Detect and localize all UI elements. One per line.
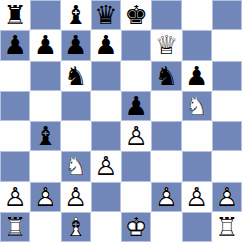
square-f5[interactable] <box>151 91 181 121</box>
black-pawn-icon: ♟ <box>182 61 212 91</box>
square-c1[interactable]: ♝♗ <box>61 212 91 242</box>
square-f7[interactable]: ♛♕ <box>151 30 181 60</box>
black-knight-icon: ♞ <box>151 61 181 91</box>
square-a2[interactable]: ♟♙ <box>0 182 30 212</box>
square-b7[interactable]: ♟ <box>30 30 60 60</box>
square-b8[interactable] <box>30 0 60 30</box>
square-b3[interactable] <box>30 151 60 181</box>
square-a3[interactable] <box>0 151 30 181</box>
square-c5[interactable] <box>61 91 91 121</box>
square-h7[interactable] <box>212 30 242 60</box>
white-pawn-outline-icon: ♙ <box>151 182 181 212</box>
black-knight-icon: ♞ <box>61 61 91 91</box>
square-g4[interactable] <box>182 121 212 151</box>
square-f1[interactable] <box>151 212 181 242</box>
chess-board: ♜♝♛♚♟♟♟♟♛♕♞♞♟♟♞♘♝♟♙♞♘♟♙♟♙♟♙♟♙♟♙♟♙♟♙♜♖♝♗♚… <box>0 0 242 242</box>
piece-black-rook: ♜ <box>0 0 30 30</box>
square-b2[interactable]: ♟♙ <box>30 182 60 212</box>
white-pawn-icon: ♟ <box>0 182 30 212</box>
black-bishop-icon: ♝ <box>61 0 91 30</box>
white-pawn-outline-icon: ♙ <box>212 182 242 212</box>
piece-white-pawn: ♟♙ <box>30 182 60 212</box>
white-knight-outline-icon: ♘ <box>182 91 212 121</box>
white-pawn-icon: ♟ <box>151 182 181 212</box>
square-b6[interactable] <box>30 61 60 91</box>
piece-white-pawn: ♟♙ <box>91 151 121 181</box>
square-c6[interactable]: ♞ <box>61 61 91 91</box>
piece-black-knight: ♞ <box>61 61 91 91</box>
piece-white-pawn: ♟♙ <box>61 182 91 212</box>
square-d7[interactable]: ♟ <box>91 30 121 60</box>
square-h5[interactable] <box>212 91 242 121</box>
piece-black-king: ♚ <box>121 0 151 30</box>
white-rook-outline-icon: ♖ <box>0 212 30 242</box>
square-e4[interactable]: ♟♙ <box>121 121 151 151</box>
square-c4[interactable] <box>61 121 91 151</box>
square-e3[interactable] <box>121 151 151 181</box>
black-king-icon: ♚ <box>121 0 151 30</box>
white-pawn-outline-icon: ♙ <box>61 182 91 212</box>
square-g1[interactable] <box>182 212 212 242</box>
square-f8[interactable] <box>151 0 181 30</box>
square-g6[interactable]: ♟ <box>182 61 212 91</box>
square-b5[interactable] <box>30 91 60 121</box>
piece-black-pawn: ♟ <box>30 30 60 60</box>
piece-black-pawn: ♟ <box>121 91 151 121</box>
square-g2[interactable]: ♟♙ <box>182 182 212 212</box>
white-rook-outline-icon: ♖ <box>212 212 242 242</box>
square-h6[interactable] <box>212 61 242 91</box>
white-pawn-icon: ♟ <box>91 151 121 181</box>
square-d6[interactable] <box>91 61 121 91</box>
square-d8[interactable]: ♛ <box>91 0 121 30</box>
square-f4[interactable] <box>151 121 181 151</box>
square-d5[interactable] <box>91 91 121 121</box>
piece-white-rook: ♜♖ <box>0 212 30 242</box>
piece-black-queen: ♛ <box>91 0 121 30</box>
square-c2[interactable]: ♟♙ <box>61 182 91 212</box>
square-f2[interactable]: ♟♙ <box>151 182 181 212</box>
square-e1[interactable]: ♚♔ <box>121 212 151 242</box>
white-rook-icon: ♜ <box>212 212 242 242</box>
piece-white-queen: ♛♕ <box>151 30 181 60</box>
black-pawn-icon: ♟ <box>0 30 30 60</box>
white-pawn-icon: ♟ <box>182 182 212 212</box>
black-rook-icon: ♜ <box>0 0 30 30</box>
piece-white-bishop: ♝♗ <box>61 212 91 242</box>
black-pawn-icon: ♟ <box>30 30 60 60</box>
piece-black-pawn: ♟ <box>182 61 212 91</box>
black-pawn-icon: ♟ <box>91 30 121 60</box>
square-g5[interactable]: ♞♘ <box>182 91 212 121</box>
piece-white-pawn: ♟♙ <box>151 182 181 212</box>
white-pawn-outline-icon: ♙ <box>91 151 121 181</box>
white-rook-icon: ♜ <box>0 212 30 242</box>
white-knight-icon: ♞ <box>61 151 91 181</box>
white-pawn-outline-icon: ♙ <box>30 182 60 212</box>
white-pawn-outline-icon: ♙ <box>0 182 30 212</box>
white-bishop-outline-icon: ♗ <box>61 212 91 242</box>
square-d3[interactable]: ♟♙ <box>91 151 121 181</box>
white-pawn-icon: ♟ <box>212 182 242 212</box>
square-e8[interactable]: ♚ <box>121 0 151 30</box>
white-pawn-outline-icon: ♙ <box>182 182 212 212</box>
piece-black-bishop: ♝ <box>61 0 91 30</box>
black-bishop-icon: ♝ <box>30 121 60 151</box>
square-h3[interactable] <box>212 151 242 181</box>
square-e2[interactable] <box>121 182 151 212</box>
square-a5[interactable] <box>0 91 30 121</box>
square-b4[interactable]: ♝ <box>30 121 60 151</box>
square-a8[interactable]: ♜ <box>0 0 30 30</box>
piece-black-pawn: ♟ <box>61 30 91 60</box>
piece-white-pawn: ♟♙ <box>182 182 212 212</box>
white-bishop-icon: ♝ <box>61 212 91 242</box>
square-f6[interactable]: ♞ <box>151 61 181 91</box>
white-knight-icon: ♞ <box>182 91 212 121</box>
piece-black-pawn: ♟ <box>0 30 30 60</box>
square-c8[interactable]: ♝ <box>61 0 91 30</box>
white-pawn-outline-icon: ♙ <box>121 121 151 151</box>
piece-black-knight: ♞ <box>151 61 181 91</box>
square-g7[interactable] <box>182 30 212 60</box>
piece-white-rook: ♜♖ <box>212 212 242 242</box>
square-d4[interactable] <box>91 121 121 151</box>
white-king-outline-icon: ♔ <box>121 212 151 242</box>
square-d2[interactable] <box>91 182 121 212</box>
white-queen-icon: ♛ <box>151 30 181 60</box>
white-pawn-icon: ♟ <box>61 182 91 212</box>
black-pawn-icon: ♟ <box>121 91 151 121</box>
square-h2[interactable]: ♟♙ <box>212 182 242 212</box>
square-e5[interactable]: ♟ <box>121 91 151 121</box>
square-a4[interactable] <box>0 121 30 151</box>
square-a1[interactable]: ♜♖ <box>0 212 30 242</box>
piece-white-knight: ♞♘ <box>61 151 91 181</box>
piece-black-pawn: ♟ <box>91 30 121 60</box>
piece-white-knight: ♞♘ <box>182 91 212 121</box>
square-c7[interactable]: ♟ <box>61 30 91 60</box>
square-e7[interactable] <box>121 30 151 60</box>
white-king-icon: ♚ <box>121 212 151 242</box>
square-a7[interactable]: ♟ <box>0 30 30 60</box>
piece-white-king: ♚♔ <box>121 212 151 242</box>
square-b1[interactable] <box>30 212 60 242</box>
square-a6[interactable] <box>0 61 30 91</box>
piece-white-pawn: ♟♙ <box>0 182 30 212</box>
square-h8[interactable] <box>212 0 242 30</box>
square-h1[interactable]: ♜♖ <box>212 212 242 242</box>
piece-white-pawn: ♟♙ <box>212 182 242 212</box>
black-pawn-icon: ♟ <box>61 30 91 60</box>
square-g3[interactable] <box>182 151 212 181</box>
square-e6[interactable] <box>121 61 151 91</box>
white-pawn-icon: ♟ <box>30 182 60 212</box>
white-knight-outline-icon: ♘ <box>61 151 91 181</box>
white-queen-outline-icon: ♕ <box>151 30 181 60</box>
square-h4[interactable] <box>212 121 242 151</box>
square-g8[interactable] <box>182 0 212 30</box>
square-f3[interactable] <box>151 151 181 181</box>
square-d1[interactable] <box>91 212 121 242</box>
piece-white-pawn: ♟♙ <box>121 121 151 151</box>
black-queen-icon: ♛ <box>91 0 121 30</box>
piece-black-bishop: ♝ <box>30 121 60 151</box>
square-c3[interactable]: ♞♘ <box>61 151 91 181</box>
white-pawn-icon: ♟ <box>121 121 151 151</box>
